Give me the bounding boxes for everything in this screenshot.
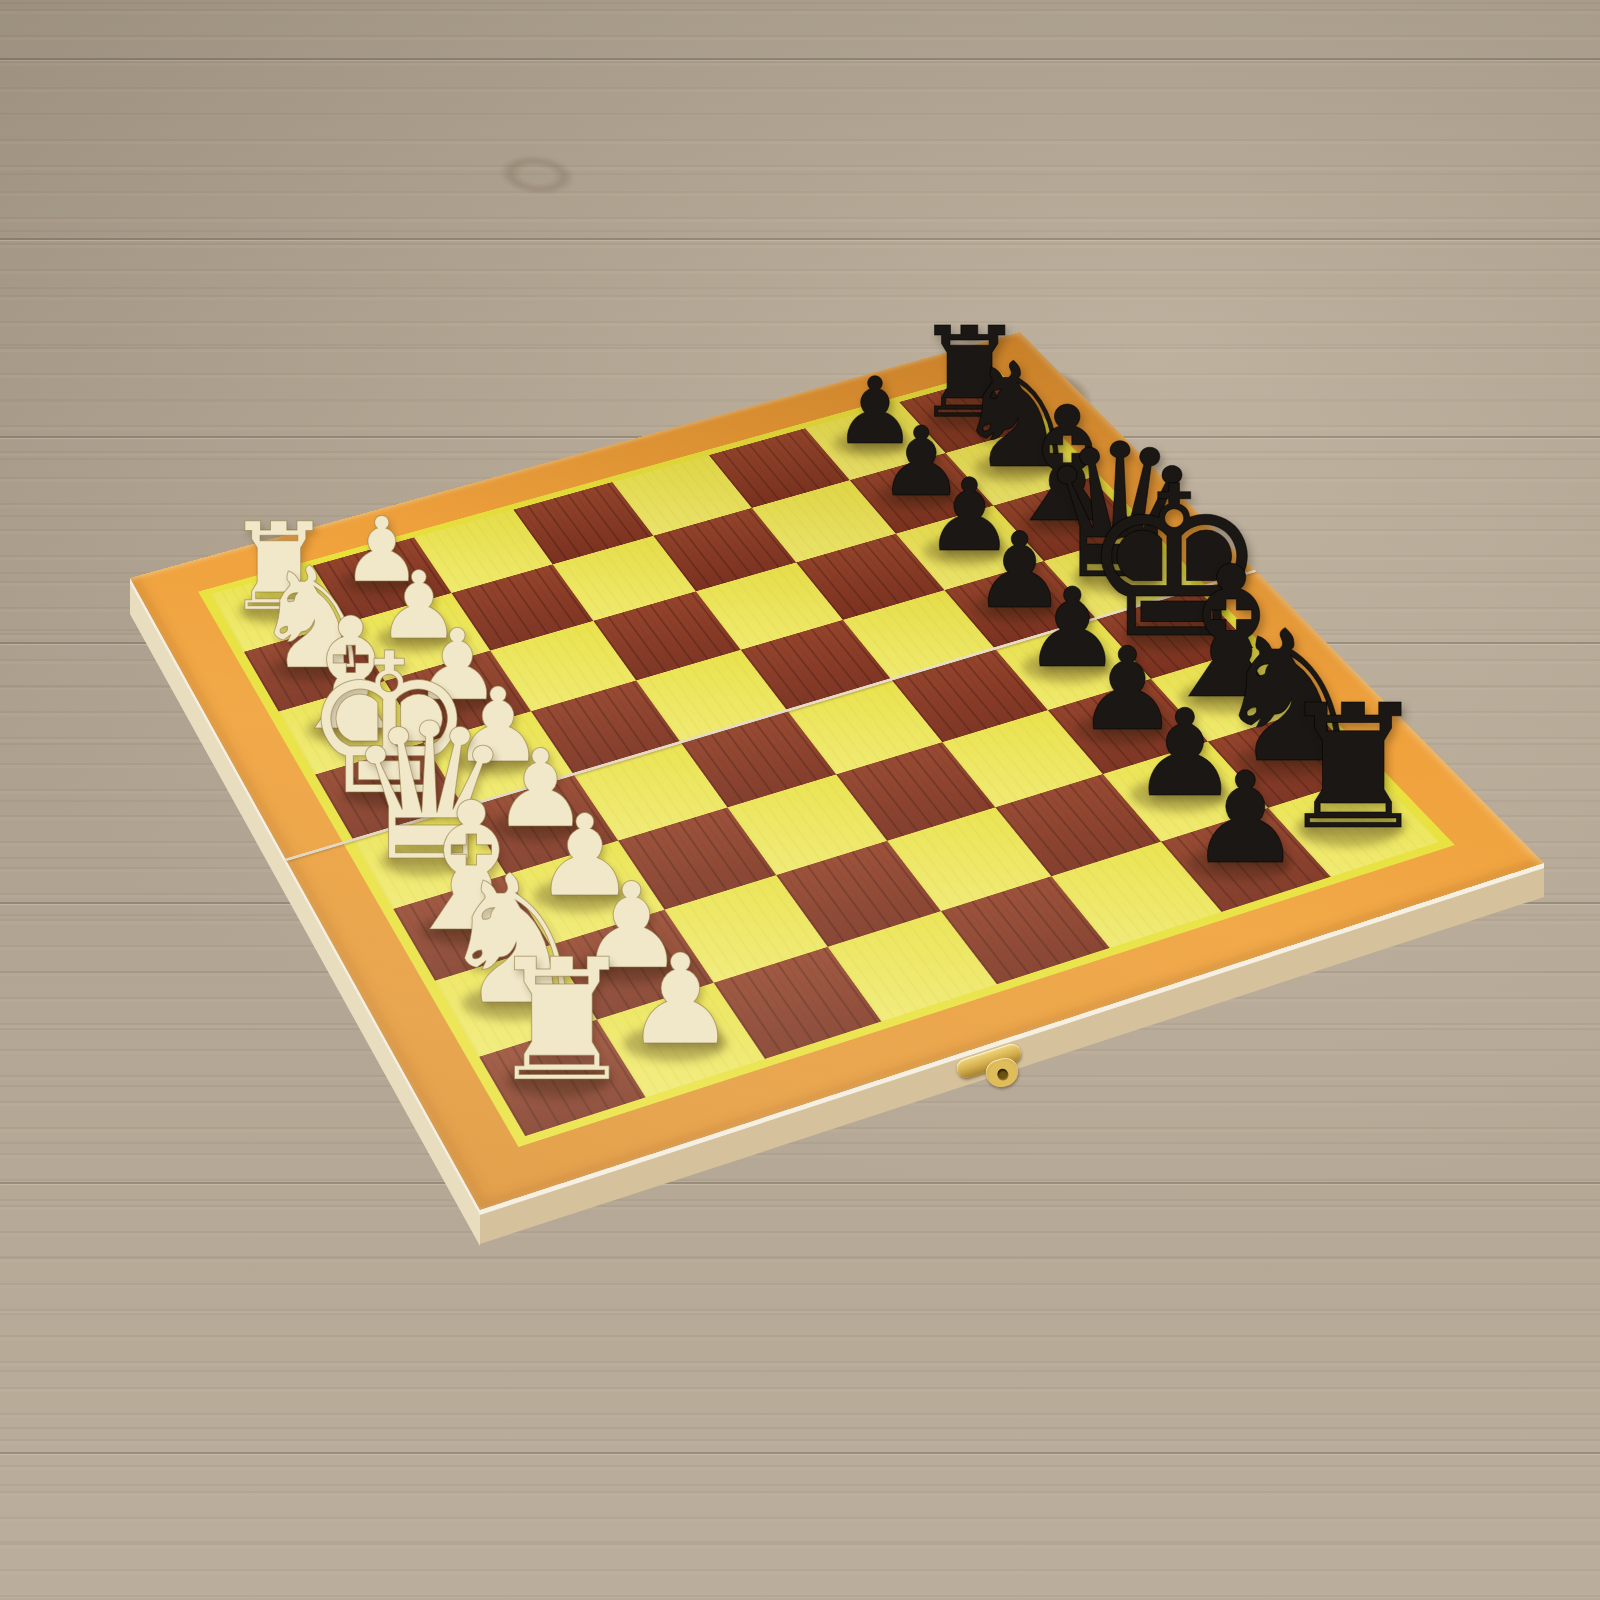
pawn-glyph: ♟ bbox=[625, 937, 737, 1062]
rook-glyph: ♜ bbox=[487, 938, 638, 1106]
pawn-glyph: ♟ bbox=[1189, 756, 1302, 882]
clasp-hole bbox=[996, 1067, 1009, 1080]
